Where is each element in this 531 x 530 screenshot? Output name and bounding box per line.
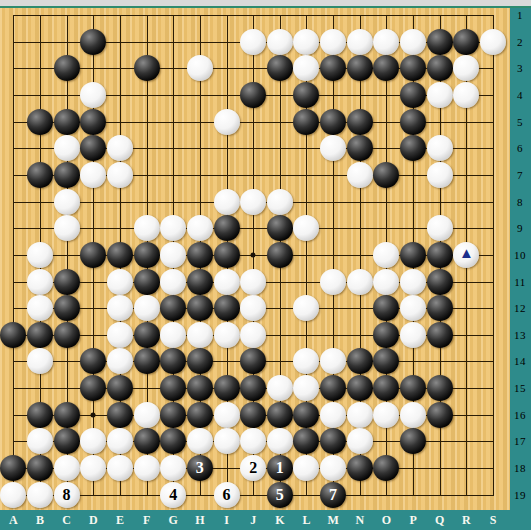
column-label-O: O [382, 513, 391, 528]
stone-white-I19[interactable]: 6 [214, 482, 240, 508]
stone-white-C8[interactable] [54, 189, 80, 215]
stone-white-C18[interactable] [54, 455, 80, 481]
stone-black-L16[interactable] [293, 402, 319, 428]
stone-black-P3[interactable] [400, 55, 426, 81]
stone-white-K15[interactable] [267, 375, 293, 401]
stone-black-L17[interactable] [293, 428, 319, 454]
stone-white-H17[interactable] [187, 428, 213, 454]
stone-white-B10[interactable] [27, 242, 53, 268]
stone-black-O13[interactable] [373, 322, 399, 348]
stone-white-L3[interactable] [293, 55, 319, 81]
stone-white-N2[interactable] [347, 29, 373, 55]
stone-white-O16[interactable] [373, 402, 399, 428]
stone-white-D18[interactable] [80, 455, 106, 481]
stone-white-B11[interactable] [27, 269, 53, 295]
stone-black-Q2[interactable] [427, 29, 453, 55]
column-label-I: I [224, 513, 229, 528]
move-number-label: 4 [169, 487, 177, 503]
stone-black-K18[interactable]: 1 [267, 455, 293, 481]
star-point [251, 252, 256, 257]
stone-black-G15[interactable] [160, 375, 186, 401]
row-label-18: 18 [514, 462, 526, 474]
stone-black-Q3[interactable] [427, 55, 453, 81]
stone-black-M3[interactable] [320, 55, 346, 81]
stone-black-J14[interactable] [240, 348, 266, 374]
stone-white-D4[interactable] [80, 82, 106, 108]
stone-black-J16[interactable] [240, 402, 266, 428]
stone-black-N15[interactable] [347, 375, 373, 401]
stone-white-Q9[interactable] [427, 215, 453, 241]
right-coordinate-band: 12345678910111213141516171819 [510, 8, 531, 530]
stone-black-O7[interactable] [373, 162, 399, 188]
stone-black-A13[interactable] [0, 322, 26, 348]
go-board[interactable]: ▲32184657 [0, 8, 510, 510]
stone-black-K16[interactable] [267, 402, 293, 428]
stone-white-O10[interactable] [373, 242, 399, 268]
row-label-1: 1 [517, 9, 523, 21]
stone-black-M15[interactable] [320, 375, 346, 401]
stone-black-O15[interactable] [373, 375, 399, 401]
stone-black-I10[interactable] [214, 242, 240, 268]
stone-black-M19[interactable]: 7 [320, 482, 346, 508]
stone-black-C7[interactable] [54, 162, 80, 188]
stone-white-D7[interactable] [80, 162, 106, 188]
stone-black-F17[interactable] [134, 428, 160, 454]
stone-white-G13[interactable] [160, 322, 186, 348]
stone-white-F16[interactable] [134, 402, 160, 428]
stone-black-A18[interactable] [0, 455, 26, 481]
stone-black-I9[interactable] [214, 215, 240, 241]
stone-black-E16[interactable] [107, 402, 133, 428]
column-label-A: A [9, 513, 18, 528]
stone-white-N7[interactable] [347, 162, 373, 188]
stone-black-D2[interactable] [80, 29, 106, 55]
stone-black-P10[interactable] [400, 242, 426, 268]
stone-black-H15[interactable] [187, 375, 213, 401]
stone-black-B7[interactable] [27, 162, 53, 188]
stone-white-S2[interactable] [480, 29, 506, 55]
stone-white-M14[interactable] [320, 348, 346, 374]
stone-black-K10[interactable] [267, 242, 293, 268]
stone-white-N11[interactable] [347, 269, 373, 295]
stone-white-D17[interactable] [80, 428, 106, 454]
stone-white-M2[interactable] [320, 29, 346, 55]
stone-black-K9[interactable] [267, 215, 293, 241]
stone-white-N17[interactable] [347, 428, 373, 454]
column-label-M: M [327, 513, 338, 528]
stone-black-J4[interactable] [240, 82, 266, 108]
stone-black-N6[interactable] [347, 135, 373, 161]
row-label-17: 17 [514, 435, 526, 447]
triangle-marker-icon: ▲ [459, 246, 474, 261]
stone-black-C3[interactable] [54, 55, 80, 81]
stone-black-C5[interactable] [54, 109, 80, 135]
stone-white-K17[interactable] [267, 428, 293, 454]
stone-black-F11[interactable] [134, 269, 160, 295]
stone-black-C16[interactable] [54, 402, 80, 428]
column-label-C: C [62, 513, 71, 528]
bottom-coordinate-band: ABCDEFGHIJKLMNOPQRS [0, 510, 510, 530]
stone-black-Q10[interactable] [427, 242, 453, 268]
stone-white-J12[interactable] [240, 295, 266, 321]
stone-white-O2[interactable] [373, 29, 399, 55]
stone-white-Q6[interactable] [427, 135, 453, 161]
stone-black-H12[interactable] [187, 295, 213, 321]
stone-white-H3[interactable] [187, 55, 213, 81]
row-label-9: 9 [517, 222, 523, 234]
stone-black-G12[interactable] [160, 295, 186, 321]
stone-black-I15[interactable] [214, 375, 240, 401]
column-label-G: G [169, 513, 178, 528]
stone-white-M6[interactable] [320, 135, 346, 161]
stone-white-R4[interactable] [453, 82, 479, 108]
stone-white-G18[interactable] [160, 455, 186, 481]
row-label-7: 7 [517, 169, 523, 181]
stone-white-Q4[interactable] [427, 82, 453, 108]
stone-white-K8[interactable] [267, 189, 293, 215]
row-label-4: 4 [517, 89, 523, 101]
stone-white-I13[interactable] [214, 322, 240, 348]
stone-white-L9[interactable] [293, 215, 319, 241]
stone-white-N16[interactable] [347, 402, 373, 428]
move-number-label: 2 [249, 460, 257, 476]
stone-white-H9[interactable] [187, 215, 213, 241]
stone-white-L15[interactable] [293, 375, 319, 401]
stone-black-J15[interactable] [240, 375, 266, 401]
column-label-J: J [250, 513, 256, 528]
stone-black-D10[interactable] [80, 242, 106, 268]
stone-black-M17[interactable] [320, 428, 346, 454]
stone-black-G14[interactable] [160, 348, 186, 374]
stone-black-H18[interactable]: 3 [187, 455, 213, 481]
stone-white-E6[interactable] [107, 135, 133, 161]
stone-black-N18[interactable] [347, 455, 373, 481]
move-number-label: 1 [276, 460, 284, 476]
stone-white-P2[interactable] [400, 29, 426, 55]
stone-black-B18[interactable] [27, 455, 53, 481]
stone-white-F18[interactable] [134, 455, 160, 481]
row-label-8: 8 [517, 196, 523, 208]
stone-white-F12[interactable] [134, 295, 160, 321]
stone-black-N3[interactable] [347, 55, 373, 81]
row-label-2: 2 [517, 36, 523, 48]
stone-black-E15[interactable] [107, 375, 133, 401]
stone-black-N5[interactable] [347, 109, 373, 135]
stone-white-G11[interactable] [160, 269, 186, 295]
stone-white-B17[interactable] [27, 428, 53, 454]
stone-white-P13[interactable] [400, 322, 426, 348]
row-label-12: 12 [514, 302, 526, 314]
stone-black-O14[interactable] [373, 348, 399, 374]
stone-black-R2[interactable] [453, 29, 479, 55]
move-number-label: 3 [196, 460, 204, 476]
stone-white-I17[interactable] [214, 428, 240, 454]
stone-white-L14[interactable] [293, 348, 319, 374]
stone-white-P16[interactable] [400, 402, 426, 428]
stone-black-B13[interactable] [27, 322, 53, 348]
stone-black-G17[interactable] [160, 428, 186, 454]
stone-white-E14[interactable] [107, 348, 133, 374]
row-label-19: 19 [514, 489, 526, 501]
stone-white-J18[interactable]: 2 [240, 455, 266, 481]
stone-white-P11[interactable] [400, 269, 426, 295]
stone-white-E18[interactable] [107, 455, 133, 481]
stone-black-D14[interactable] [80, 348, 106, 374]
stone-black-F14[interactable] [134, 348, 160, 374]
stone-white-G10[interactable] [160, 242, 186, 268]
stone-black-D5[interactable] [80, 109, 106, 135]
stone-black-H10[interactable] [187, 242, 213, 268]
stone-white-J8[interactable] [240, 189, 266, 215]
stone-white-J2[interactable] [240, 29, 266, 55]
stone-black-Q15[interactable] [427, 375, 453, 401]
star-point [91, 412, 96, 417]
move-number-label: 6 [223, 487, 231, 503]
row-label-11: 11 [514, 276, 526, 288]
row-label-5: 5 [517, 116, 523, 128]
top-accent-line [0, 6, 531, 8]
stone-black-P17[interactable] [400, 428, 426, 454]
row-label-16: 16 [514, 409, 526, 421]
stone-white-J17[interactable] [240, 428, 266, 454]
column-label-L: L [302, 513, 310, 528]
row-label-14: 14 [514, 355, 526, 367]
stone-black-I12[interactable] [214, 295, 240, 321]
row-label-3: 3 [517, 62, 523, 74]
stone-black-Q12[interactable] [427, 295, 453, 321]
stone-black-O18[interactable] [373, 455, 399, 481]
stone-black-Q13[interactable] [427, 322, 453, 348]
stone-white-L2[interactable] [293, 29, 319, 55]
column-label-Q: Q [435, 513, 444, 528]
stone-black-P5[interactable] [400, 109, 426, 135]
stone-white-E12[interactable] [107, 295, 133, 321]
stone-white-A19[interactable] [0, 482, 26, 508]
stone-black-F13[interactable] [134, 322, 160, 348]
stone-black-E10[interactable] [107, 242, 133, 268]
stone-black-O3[interactable] [373, 55, 399, 81]
row-label-15: 15 [514, 382, 526, 394]
stone-black-B16[interactable] [27, 402, 53, 428]
stone-white-F9[interactable] [134, 215, 160, 241]
stone-black-N14[interactable] [347, 348, 373, 374]
stone-white-R3[interactable] [453, 55, 479, 81]
stone-white-J11[interactable] [240, 269, 266, 295]
stone-white-K2[interactable] [267, 29, 293, 55]
stone-white-C6[interactable] [54, 135, 80, 161]
stone-white-I16[interactable] [214, 402, 240, 428]
column-label-P: P [409, 513, 416, 528]
stone-black-F10[interactable] [134, 242, 160, 268]
move-number-label: 5 [276, 487, 284, 503]
stone-white-L12[interactable] [293, 295, 319, 321]
stone-white-C9[interactable] [54, 215, 80, 241]
stone-black-F3[interactable] [134, 55, 160, 81]
stone-white-I5[interactable] [214, 109, 240, 135]
stone-white-O11[interactable] [373, 269, 399, 295]
stone-white-M18[interactable] [320, 455, 346, 481]
stone-black-B5[interactable] [27, 109, 53, 135]
stone-black-D15[interactable] [80, 375, 106, 401]
go-game-screenshot: ▲32184657 12345678910111213141516171819 … [0, 0, 531, 530]
stone-black-K19[interactable]: 5 [267, 482, 293, 508]
row-label-10: 10 [514, 249, 526, 261]
stone-black-K3[interactable] [267, 55, 293, 81]
stone-black-P4[interactable] [400, 82, 426, 108]
column-label-B: B [36, 513, 44, 528]
stone-black-H14[interactable] [187, 348, 213, 374]
stone-white-B14[interactable] [27, 348, 53, 374]
stone-black-G16[interactable] [160, 402, 186, 428]
stone-black-L4[interactable] [293, 82, 319, 108]
stone-white-B19[interactable] [27, 482, 53, 508]
stone-white-M16[interactable] [320, 402, 346, 428]
stone-black-C11[interactable] [54, 269, 80, 295]
stone-black-H11[interactable] [187, 269, 213, 295]
row-label-13: 13 [514, 329, 526, 341]
stone-white-I11[interactable] [214, 269, 240, 295]
stone-white-P12[interactable] [400, 295, 426, 321]
stone-black-Q16[interactable] [427, 402, 453, 428]
grid-vline [13, 15, 14, 496]
stone-white-C19[interactable]: 8 [54, 482, 80, 508]
stone-white-G19[interactable]: 4 [160, 482, 186, 508]
stone-black-Q11[interactable] [427, 269, 453, 295]
stone-black-C12[interactable] [54, 295, 80, 321]
stone-white-E13[interactable] [107, 322, 133, 348]
stone-black-M5[interactable] [320, 109, 346, 135]
row-label-6: 6 [517, 142, 523, 154]
stone-white-E7[interactable] [107, 162, 133, 188]
stone-white-G9[interactable] [160, 215, 186, 241]
stone-white-E11[interactable] [107, 269, 133, 295]
column-label-S: S [490, 513, 497, 528]
move-number-label: 8 [63, 487, 71, 503]
stone-black-C13[interactable] [54, 322, 80, 348]
column-label-F: F [143, 513, 150, 528]
stone-white-J13[interactable] [240, 322, 266, 348]
column-label-N: N [355, 513, 364, 528]
column-label-D: D [89, 513, 98, 528]
stone-black-P15[interactable] [400, 375, 426, 401]
grid-vline [493, 15, 494, 496]
stone-black-L5[interactable] [293, 109, 319, 135]
stone-white-B12[interactable] [27, 295, 53, 321]
column-label-E: E [116, 513, 124, 528]
stone-white-L18[interactable] [293, 455, 319, 481]
stone-black-H16[interactable] [187, 402, 213, 428]
stone-white-R10[interactable]: ▲ [453, 242, 479, 268]
stone-white-M11[interactable] [320, 269, 346, 295]
stone-white-H13[interactable] [187, 322, 213, 348]
stone-black-D6[interactable] [80, 135, 106, 161]
stone-white-E17[interactable] [107, 428, 133, 454]
stone-white-Q7[interactable] [427, 162, 453, 188]
move-number-label: 7 [329, 487, 337, 503]
stone-black-P6[interactable] [400, 135, 426, 161]
column-label-H: H [195, 513, 204, 528]
column-label-R: R [462, 513, 471, 528]
stone-black-C17[interactable] [54, 428, 80, 454]
stone-white-I8[interactable] [214, 189, 240, 215]
column-label-K: K [275, 513, 284, 528]
stone-black-O12[interactable] [373, 295, 399, 321]
